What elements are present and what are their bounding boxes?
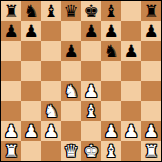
square-f5[interactable]: [101, 61, 121, 81]
piece-black-pawn: ♟: [103, 21, 118, 41]
chess-board: ♜♞♝♛♚♝♜♟♟♟♟♟♟♞♟♞♟♞♝♟♟♟♟♟♟♜♛♚♝♜: [0, 0, 162, 162]
piece-white-pawn: ♟: [3, 121, 18, 141]
piece-white-knight: ♞: [63, 81, 78, 101]
piece-white-pawn: ♟: [83, 81, 98, 101]
piece-white-bishop: ♝: [83, 101, 98, 121]
piece-black-pawn: ♟: [63, 41, 78, 61]
square-c2[interactable]: ♟: [41, 121, 61, 141]
square-e4[interactable]: ♟: [81, 81, 101, 101]
piece-white-rook: ♜: [143, 141, 158, 161]
square-g7[interactable]: [121, 21, 141, 41]
piece-black-bishop: ♝: [103, 1, 118, 21]
square-a3[interactable]: [1, 101, 21, 121]
square-c5[interactable]: [41, 61, 61, 81]
square-g2[interactable]: ♟: [121, 121, 141, 141]
square-e3[interactable]: ♝: [81, 101, 101, 121]
square-g3[interactable]: [121, 101, 141, 121]
square-h1[interactable]: ♜: [141, 141, 161, 161]
piece-black-king: ♚: [83, 1, 98, 21]
square-a1[interactable]: ♜: [1, 141, 21, 161]
square-b2[interactable]: ♟: [21, 121, 41, 141]
piece-white-pawn: ♟: [43, 121, 58, 141]
piece-white-rook: ♜: [3, 141, 18, 161]
piece-black-pawn: ♟: [123, 41, 138, 61]
piece-white-knight: ♞: [43, 101, 58, 121]
square-d2[interactable]: [61, 121, 81, 141]
piece-black-knight: ♞: [23, 1, 38, 21]
square-g4[interactable]: [121, 81, 141, 101]
square-c4[interactable]: [41, 81, 61, 101]
square-h7[interactable]: ♟: [141, 21, 161, 41]
square-e5[interactable]: [81, 61, 101, 81]
piece-black-knight: ♞: [103, 41, 118, 61]
square-f8[interactable]: ♝: [101, 1, 121, 21]
square-c6[interactable]: [41, 41, 61, 61]
piece-black-queen: ♛: [63, 1, 78, 21]
piece-white-pawn: ♟: [23, 121, 38, 141]
piece-white-king: ♚: [83, 141, 98, 161]
square-a4[interactable]: [1, 81, 21, 101]
square-a8[interactable]: ♜: [1, 1, 21, 21]
square-f1[interactable]: ♝: [101, 141, 121, 161]
square-h5[interactable]: [141, 61, 161, 81]
piece-white-queen: ♛: [63, 141, 78, 161]
piece-black-bishop: ♝: [43, 1, 58, 21]
square-d5[interactable]: [61, 61, 81, 81]
piece-white-bishop: ♝: [103, 141, 118, 161]
square-d3[interactable]: [61, 101, 81, 121]
square-e7[interactable]: ♟: [81, 21, 101, 41]
square-f4[interactable]: [101, 81, 121, 101]
square-h2[interactable]: ♟: [141, 121, 161, 141]
chess-board-grid: ♜♞♝♛♚♝♜♟♟♟♟♟♟♞♟♞♟♞♝♟♟♟♟♟♟♜♛♚♝♜: [1, 1, 161, 161]
square-a5[interactable]: [1, 61, 21, 81]
square-c8[interactable]: ♝: [41, 1, 61, 21]
square-d1[interactable]: ♛: [61, 141, 81, 161]
square-d7[interactable]: [61, 21, 81, 41]
square-c3[interactable]: ♞: [41, 101, 61, 121]
square-b3[interactable]: [21, 101, 41, 121]
square-a2[interactable]: ♟: [1, 121, 21, 141]
square-h3[interactable]: [141, 101, 161, 121]
piece-black-pawn: ♟: [23, 21, 38, 41]
square-b1[interactable]: [21, 141, 41, 161]
square-a6[interactable]: [1, 41, 21, 61]
square-g5[interactable]: [121, 61, 141, 81]
square-f3[interactable]: [101, 101, 121, 121]
square-d8[interactable]: ♛: [61, 1, 81, 21]
piece-white-pawn: ♟: [123, 121, 138, 141]
square-e8[interactable]: ♚: [81, 1, 101, 21]
square-e6[interactable]: [81, 41, 101, 61]
square-f7[interactable]: ♟: [101, 21, 121, 41]
square-f2[interactable]: ♟: [101, 121, 121, 141]
square-d4[interactable]: ♞: [61, 81, 81, 101]
square-d6[interactable]: ♟: [61, 41, 81, 61]
piece-black-pawn: ♟: [143, 21, 158, 41]
square-e2[interactable]: [81, 121, 101, 141]
square-h6[interactable]: [141, 41, 161, 61]
piece-black-pawn: ♟: [3, 21, 18, 41]
piece-black-rook: ♜: [3, 1, 18, 21]
square-g8[interactable]: [121, 1, 141, 21]
square-b7[interactable]: ♟: [21, 21, 41, 41]
square-b5[interactable]: [21, 61, 41, 81]
square-g6[interactable]: ♟: [121, 41, 141, 61]
square-c1[interactable]: [41, 141, 61, 161]
square-c7[interactable]: [41, 21, 61, 41]
piece-black-rook: ♜: [143, 1, 158, 21]
square-a7[interactable]: ♟: [1, 21, 21, 41]
square-b4[interactable]: [21, 81, 41, 101]
piece-black-pawn: ♟: [83, 21, 98, 41]
square-g1[interactable]: [121, 141, 141, 161]
piece-white-pawn: ♟: [143, 121, 158, 141]
piece-white-pawn: ♟: [103, 121, 118, 141]
square-b8[interactable]: ♞: [21, 1, 41, 21]
square-h4[interactable]: [141, 81, 161, 101]
square-h8[interactable]: ♜: [141, 1, 161, 21]
square-b6[interactable]: [21, 41, 41, 61]
square-f6[interactable]: ♞: [101, 41, 121, 61]
square-e1[interactable]: ♚: [81, 141, 101, 161]
